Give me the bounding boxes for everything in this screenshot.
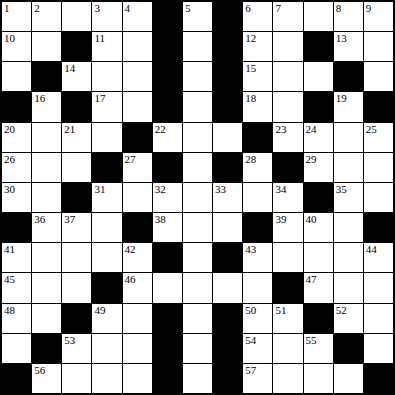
cell-r6c2[interactable] [32, 153, 61, 182]
cell-r3c1[interactable] [2, 62, 31, 91]
cell-r10c10-block [273, 273, 302, 302]
cell-r3c11[interactable] [304, 62, 333, 91]
cell-r2c4[interactable]: 11 [92, 32, 121, 61]
cell-r11c1[interactable]: 48 [2, 304, 31, 333]
cell-r9c1[interactable]: 41 [2, 243, 31, 272]
cell-r7c8[interactable]: 33 [213, 183, 242, 212]
cell-r9c12[interactable] [334, 243, 363, 272]
clue-number-32: 32 [155, 183, 166, 196]
cell-r7c11-block [304, 183, 333, 212]
cell-r6c9[interactable]: 28 [243, 153, 272, 182]
cell-r2c2[interactable] [32, 32, 61, 61]
cell-r4c5[interactable] [123, 92, 152, 121]
clue-number-11: 11 [94, 32, 105, 45]
clue-number-33: 33 [215, 183, 226, 196]
cell-r5c10[interactable]: 23 [273, 123, 302, 152]
cell-r12c11[interactable]: 55 [304, 334, 333, 363]
cell-r3c8-block [213, 62, 242, 91]
cell-r9c4[interactable] [92, 243, 121, 272]
cell-r13c4[interactable] [92, 364, 121, 393]
cell-r11c2[interactable] [32, 304, 61, 333]
cell-r13c13-block [364, 364, 393, 393]
cell-r4c1-block [2, 92, 31, 121]
clue-number-48: 48 [4, 304, 15, 317]
cell-r3c5[interactable] [123, 62, 152, 91]
cell-r2c9[interactable]: 12 [243, 32, 272, 61]
clue-number-2: 2 [34, 2, 40, 15]
cell-r3c6-block [153, 62, 182, 91]
cell-r13c5[interactable] [123, 364, 152, 393]
cell-r10c8[interactable] [213, 273, 242, 302]
cell-r7c9[interactable] [243, 183, 272, 212]
clue-number-27: 27 [125, 153, 136, 166]
cell-r12c8-block [213, 334, 242, 363]
cell-r6c11[interactable]: 29 [304, 153, 333, 182]
clue-number-35: 35 [336, 183, 347, 196]
cell-r13c11[interactable] [304, 364, 333, 393]
clue-number-54: 54 [245, 334, 256, 347]
cell-r11c13[interactable] [364, 304, 393, 333]
clue-number-43: 43 [245, 243, 256, 256]
cell-r3c3[interactable]: 14 [62, 62, 91, 91]
cell-r4c9[interactable]: 18 [243, 92, 272, 121]
cell-r1c6-block [153, 2, 182, 31]
cell-r6c12[interactable] [334, 153, 363, 182]
clue-number-45: 45 [4, 273, 15, 286]
cell-r4c7[interactable] [183, 92, 212, 121]
cell-r13c2[interactable]: 56 [32, 364, 61, 393]
cell-r12c6-block [153, 334, 182, 363]
cell-r11c9[interactable]: 50 [243, 304, 272, 333]
clue-number-3: 3 [94, 2, 100, 15]
cell-r4c13-block [364, 92, 393, 121]
clue-number-24: 24 [306, 123, 317, 136]
cell-r11c12[interactable]: 52 [334, 304, 363, 333]
cell-r8c13-block [364, 213, 393, 242]
cell-r13c6-block [153, 364, 182, 393]
cell-r6c10-block [273, 153, 302, 182]
cell-r9c3[interactable] [62, 243, 91, 272]
cell-r8c6[interactable]: 38 [153, 213, 182, 242]
clue-number-50: 50 [245, 304, 256, 317]
cell-r7c3-block [62, 183, 91, 212]
cell-r4c11-block [304, 92, 333, 121]
cell-r8c11[interactable]: 40 [304, 213, 333, 242]
cell-r13c8-block [213, 364, 242, 393]
cell-r1c2[interactable]: 2 [32, 2, 61, 31]
clue-number-37: 37 [64, 213, 75, 226]
cell-r4c2[interactable]: 16 [32, 92, 61, 121]
clue-number-13: 13 [336, 32, 347, 45]
cell-r5c8[interactable] [213, 123, 242, 152]
cell-r11c7[interactable] [183, 304, 212, 333]
cell-r7c5[interactable] [123, 183, 152, 212]
clue-number-38: 38 [155, 213, 166, 226]
cell-r2c1[interactable]: 10 [2, 32, 31, 61]
clue-number-16: 16 [34, 92, 45, 105]
cell-r3c10[interactable] [273, 62, 302, 91]
cell-r12c5[interactable] [123, 334, 152, 363]
cell-r7c6[interactable]: 32 [153, 183, 182, 212]
cell-r11c3-block [62, 304, 91, 333]
clue-number-49: 49 [94, 304, 105, 317]
clue-number-56: 56 [34, 364, 45, 377]
cell-r8c5-block [123, 213, 152, 242]
cell-r3c12-block [334, 62, 363, 91]
cell-r11c5[interactable] [123, 304, 152, 333]
cell-r1c8-block [213, 2, 242, 31]
clue-number-20: 20 [4, 123, 15, 136]
cell-r9c9[interactable]: 43 [243, 243, 272, 272]
cell-r8c2[interactable]: 36 [32, 213, 61, 242]
cell-r7c7[interactable] [183, 183, 212, 212]
cell-r8c12[interactable] [334, 213, 363, 242]
clue-number-5: 5 [185, 2, 191, 15]
clue-number-9: 9 [366, 2, 372, 15]
cell-r2c10[interactable] [273, 32, 302, 61]
cell-r10c1[interactable]: 45 [2, 273, 31, 302]
cell-r11c8-block [213, 304, 242, 333]
cell-r10c5[interactable]: 46 [123, 273, 152, 302]
cell-r4c4[interactable]: 17 [92, 92, 121, 121]
cell-r10c3[interactable] [62, 273, 91, 302]
cell-r6c1[interactable]: 26 [2, 153, 31, 182]
clue-number-14: 14 [64, 62, 75, 75]
cell-r12c1[interactable] [2, 334, 31, 363]
cell-r6c6-block [153, 153, 182, 182]
cell-r13c9[interactable]: 57 [243, 364, 272, 393]
clue-number-10: 10 [4, 32, 15, 45]
clue-number-30: 30 [4, 183, 15, 196]
clue-number-51: 51 [275, 304, 286, 317]
cell-r12c7[interactable] [183, 334, 212, 363]
cell-r13c12[interactable] [334, 364, 363, 393]
cell-r11c11-block [304, 304, 333, 333]
cell-r1c9[interactable]: 6 [243, 2, 272, 31]
cell-r1c10[interactable]: 7 [273, 2, 302, 31]
clue-number-23: 23 [275, 123, 286, 136]
cell-r5c7[interactable] [183, 123, 212, 152]
clue-number-28: 28 [245, 153, 256, 166]
cell-r1c3[interactable] [62, 2, 91, 31]
cell-r12c12-block [334, 334, 363, 363]
cell-r8c9-block [243, 213, 272, 242]
cell-r2c8-block [213, 32, 242, 61]
cell-r6c4-block [92, 153, 121, 182]
cell-r7c13[interactable] [364, 183, 393, 212]
cell-r2c12[interactable]: 13 [334, 32, 363, 61]
clue-number-39: 39 [275, 213, 286, 226]
clue-number-31: 31 [94, 183, 105, 196]
clue-number-34: 34 [275, 183, 286, 196]
cell-r8c8[interactable] [213, 213, 242, 242]
cell-r8c7[interactable] [183, 213, 212, 242]
cell-r3c9[interactable]: 15 [243, 62, 272, 91]
cell-r13c10[interactable] [273, 364, 302, 393]
clue-number-17: 17 [94, 92, 105, 105]
cell-r1c12[interactable]: 8 [334, 2, 363, 31]
cell-r5c1[interactable]: 20 [2, 123, 31, 152]
cell-r9c11[interactable] [304, 243, 333, 272]
cell-r13c7[interactable] [183, 364, 212, 393]
clue-number-7: 7 [275, 2, 281, 15]
cell-r10c2[interactable] [32, 273, 61, 302]
clue-number-8: 8 [336, 2, 342, 15]
clue-number-25: 25 [366, 123, 377, 136]
cell-r9c2[interactable] [32, 243, 61, 272]
cell-r9c8-block [213, 243, 242, 272]
cell-r10c12[interactable] [334, 273, 363, 302]
cell-r1c13[interactable]: 9 [364, 2, 393, 31]
cell-r3c2-block [32, 62, 61, 91]
cell-r7c12[interactable]: 35 [334, 183, 363, 212]
cell-r1c11[interactable] [304, 2, 333, 31]
cell-r2c5[interactable] [123, 32, 152, 61]
cell-r4c3-block [62, 92, 91, 121]
cell-r12c3[interactable]: 53 [62, 334, 91, 363]
cell-r10c11[interactable]: 47 [304, 273, 333, 302]
clue-number-4: 4 [125, 2, 131, 15]
clue-number-21: 21 [64, 123, 75, 136]
cell-r10c4-block [92, 273, 121, 302]
clue-number-22: 22 [155, 123, 166, 136]
clue-number-6: 6 [245, 2, 251, 15]
clue-number-40: 40 [306, 213, 317, 226]
cell-r5c11[interactable]: 24 [304, 123, 333, 152]
cell-r3c13[interactable] [364, 62, 393, 91]
cell-r2c3-block [62, 32, 91, 61]
crossword-grid: 1234567891011121314151617181920212223242… [0, 0, 395, 395]
cell-r8c3[interactable]: 37 [62, 213, 91, 242]
cell-r8c4[interactable] [92, 213, 121, 242]
cell-r5c6[interactable]: 22 [153, 123, 182, 152]
cell-r3c4[interactable] [92, 62, 121, 91]
clue-number-19: 19 [336, 92, 347, 105]
cell-r3c7[interactable] [183, 62, 212, 91]
cell-r6c8-block [213, 153, 242, 182]
cell-r12c4[interactable] [92, 334, 121, 363]
cell-r10c6[interactable] [153, 273, 182, 302]
cell-r1c5[interactable]: 4 [123, 2, 152, 31]
cell-r5c4[interactable] [92, 123, 121, 152]
cell-r5c9-block [243, 123, 272, 152]
clue-number-26: 26 [4, 153, 15, 166]
cell-r7c4[interactable]: 31 [92, 183, 121, 212]
clue-number-36: 36 [34, 213, 45, 226]
cell-r9c10[interactable] [273, 243, 302, 272]
cell-r11c10[interactable]: 51 [273, 304, 302, 333]
clue-number-12: 12 [245, 32, 256, 45]
cell-r12c2-block [32, 334, 61, 363]
cell-r2c11-block [304, 32, 333, 61]
cell-r6c3[interactable] [62, 153, 91, 182]
cell-r11c6-block [153, 304, 182, 333]
cell-r8c10[interactable]: 39 [273, 213, 302, 242]
clue-number-52: 52 [336, 304, 347, 317]
clue-number-44: 44 [366, 243, 377, 256]
cell-r1c1[interactable]: 1 [2, 2, 31, 31]
cell-r1c4[interactable]: 3 [92, 2, 121, 31]
clue-number-46: 46 [125, 273, 136, 286]
cell-r9c5[interactable]: 42 [123, 243, 152, 272]
cell-r4c6-block [153, 92, 182, 121]
cell-r5c2[interactable] [32, 123, 61, 152]
cell-r5c5-block [123, 123, 152, 152]
cell-r12c13[interactable] [364, 334, 393, 363]
clue-number-15: 15 [245, 62, 256, 75]
cell-r7c2[interactable] [32, 183, 61, 212]
cell-r10c9[interactable] [243, 273, 272, 302]
clue-number-53: 53 [64, 334, 75, 347]
cell-r2c6-block [153, 32, 182, 61]
cell-r5c12[interactable] [334, 123, 363, 152]
clue-number-29: 29 [306, 153, 317, 166]
cell-r4c12[interactable]: 19 [334, 92, 363, 121]
cell-r13c1-block [2, 364, 31, 393]
cell-r4c8-block [213, 92, 242, 121]
cell-r5c13[interactable]: 25 [364, 123, 393, 152]
cell-r6c5[interactable]: 27 [123, 153, 152, 182]
cell-r2c7[interactable] [183, 32, 212, 61]
cell-r5c3[interactable]: 21 [62, 123, 91, 152]
cell-r9c6-block [153, 243, 182, 272]
clue-number-41: 41 [4, 243, 15, 256]
cell-r2c13[interactable] [364, 32, 393, 61]
cell-r9c7[interactable] [183, 243, 212, 272]
clue-number-55: 55 [306, 334, 317, 347]
clue-number-42: 42 [125, 243, 136, 256]
cell-r10c7[interactable] [183, 273, 212, 302]
cell-r13c3[interactable] [62, 364, 91, 393]
cell-r6c13[interactable] [364, 153, 393, 182]
cell-r1c7[interactable]: 5 [183, 2, 212, 31]
cell-r7c1[interactable]: 30 [2, 183, 31, 212]
cell-r12c10[interactable] [273, 334, 302, 363]
cell-r7c10[interactable]: 34 [273, 183, 302, 212]
clue-number-1: 1 [4, 2, 10, 15]
cell-r9c13[interactable]: 44 [364, 243, 393, 272]
clue-number-18: 18 [245, 92, 256, 105]
cell-r8c1-block [2, 213, 31, 242]
cell-r11c4[interactable]: 49 [92, 304, 121, 333]
clue-number-47: 47 [306, 273, 317, 286]
cell-r10c13[interactable] [364, 273, 393, 302]
cell-r6c7[interactable] [183, 153, 212, 182]
clue-number-57: 57 [245, 364, 256, 377]
cell-r12c9[interactable]: 54 [243, 334, 272, 363]
cell-r4c10[interactable] [273, 92, 302, 121]
